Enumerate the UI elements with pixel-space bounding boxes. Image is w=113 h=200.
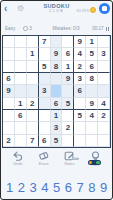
undo-label: Undo [13, 162, 22, 166]
cell-r8c2[interactable] [15, 122, 27, 134]
cell-r1c9[interactable] [98, 36, 110, 48]
notes-button[interactable]: OFFNotes [58, 151, 80, 166]
trophy-icon [102, 6, 107, 11]
cell-r9c9[interactable] [98, 135, 110, 147]
undo-icon [12, 151, 23, 161]
cell-r3c5[interactable]: 8 [51, 61, 63, 73]
notes-off-badge: OFF [72, 157, 80, 160]
status-bar: Easy 3 Mistakes: 0/3 00:17 [5, 24, 109, 33]
cell-r5c7[interactable]: 6 [74, 85, 86, 97]
cell-r7c5[interactable]: 1 [51, 110, 63, 122]
cell-r2c5[interactable]: 9 [51, 48, 63, 60]
cell-r1c2[interactable] [15, 36, 27, 48]
notes-label: Notes [64, 162, 74, 166]
cell-r9c7[interactable] [74, 135, 86, 147]
cell-r4c9[interactable] [98, 73, 110, 85]
cell-r7c2[interactable]: 6 [15, 110, 27, 122]
cell-r9c2[interactable] [15, 135, 27, 147]
cell-r7c6[interactable] [62, 110, 74, 122]
cell-r1c7[interactable]: 9 [74, 36, 86, 48]
cell-r9c5[interactable]: 5 [51, 135, 63, 147]
cell-r5c9[interactable] [98, 85, 110, 97]
timer: 00:17 [92, 26, 109, 31]
cell-r8c3[interactable] [27, 122, 39, 134]
cell-r8c7[interactable] [74, 122, 86, 134]
cell-r8c4[interactable] [39, 122, 51, 134]
numpad-8[interactable]: 8 [86, 179, 97, 197]
cell-r2c7[interactable]: 4 [74, 48, 86, 60]
cell-r5c2[interactable] [15, 85, 27, 97]
numpad-4[interactable]: 4 [39, 179, 50, 197]
cell-r1c6[interactable] [62, 36, 74, 48]
number-pad: 123456789 [1, 179, 112, 197]
cell-r7c1[interactable] [3, 110, 15, 122]
sudoku-board: 79119645358126693893612659461542322765 [2, 35, 111, 148]
cell-r3c4[interactable]: 5 [39, 61, 51, 73]
cell-r4c2[interactable] [15, 73, 27, 85]
sudoku-app-screen: ‹ ⚙ SUDOKU CLUB 10.976 Easy 3 Mistakes: … [0, 0, 113, 200]
cell-r4c8[interactable]: 8 [86, 73, 98, 85]
score-indicator: 3 [23, 26, 32, 31]
cell-r6c1[interactable] [3, 98, 15, 110]
header: ‹ ⚙ SUDOKU CLUB 10.976 [1, 1, 112, 19]
cell-r5c3[interactable] [27, 85, 39, 97]
coin-balance: 10.976 [76, 7, 96, 13]
cell-r4c4[interactable] [39, 73, 51, 85]
cell-r3c9[interactable] [98, 61, 110, 73]
cell-r7c7[interactable]: 5 [74, 110, 86, 122]
cell-r6c8[interactable]: 9 [86, 98, 98, 110]
cell-r3c7[interactable]: 2 [74, 61, 86, 73]
cell-r9c3[interactable]: 7 [27, 135, 39, 147]
cell-r8c1[interactable] [3, 122, 15, 134]
pause-button[interactable] [106, 27, 109, 31]
cell-r5c4[interactable]: 3 [39, 85, 51, 97]
timer-value: 00:17 [92, 26, 104, 31]
cell-r4c6[interactable]: 9 [62, 73, 74, 85]
cell-r6c2[interactable]: 1 [15, 98, 27, 110]
numpad-6[interactable]: 6 [63, 179, 74, 197]
cell-r2c9[interactable]: 3 [98, 48, 110, 60]
score-value: 3 [29, 26, 32, 31]
cell-r5c8[interactable] [86, 85, 98, 97]
cell-r1c4[interactable]: 7 [39, 36, 51, 48]
cell-r2c6[interactable]: 6 [62, 48, 74, 60]
toolbar: UndoEraseOFFNotesHint [1, 151, 112, 178]
cell-r3c6[interactable]: 1 [62, 61, 74, 73]
coin-balance-value: 10.976 [76, 8, 89, 13]
cell-r1c5[interactable] [51, 36, 63, 48]
cell-r9c8[interactable] [86, 135, 98, 147]
cell-r4c3[interactable] [27, 73, 39, 85]
cell-r6c3[interactable]: 2 [27, 98, 39, 110]
cell-r1c8[interactable]: 1 [86, 36, 98, 48]
numpad-1[interactable]: 1 [4, 179, 15, 197]
cell-r4c7[interactable]: 3 [74, 73, 86, 85]
cell-r2c4[interactable] [39, 48, 51, 60]
numpad-9[interactable]: 9 [98, 179, 109, 197]
cell-r2c1[interactable] [3, 48, 15, 60]
numpad-7[interactable]: 7 [75, 179, 86, 197]
cell-r8c6[interactable]: 2 [62, 122, 74, 134]
cell-r3c2[interactable] [15, 61, 27, 73]
mistakes-counter: Mistakes: 0/3 [40, 26, 92, 31]
erase-label: Erase [39, 162, 49, 166]
cell-r2c8[interactable]: 5 [86, 48, 98, 60]
profile-badge[interactable] [99, 3, 110, 14]
cell-r1c3[interactable] [27, 36, 39, 48]
numpad-3[interactable]: 3 [28, 179, 39, 197]
hint-count-badge [88, 160, 101, 165]
eraser-icon [38, 151, 49, 161]
cell-r4c5[interactable] [51, 73, 63, 85]
cell-r5c5[interactable] [51, 85, 63, 97]
cell-r6c5[interactable]: 6 [51, 98, 63, 110]
cell-r1c1[interactable] [3, 36, 15, 48]
cell-r6c6[interactable]: 5 [62, 98, 74, 110]
cell-r8c9[interactable] [98, 122, 110, 134]
cell-r2c2[interactable] [15, 48, 27, 60]
erase-button[interactable]: Erase [33, 151, 55, 166]
cell-r2c3[interactable]: 1 [27, 48, 39, 60]
cell-r9c4[interactable]: 6 [39, 135, 51, 147]
cell-r6c4[interactable] [39, 98, 51, 110]
undo-button[interactable]: Undo [7, 151, 29, 166]
cell-r9c6[interactable] [62, 135, 74, 147]
cell-r9c1[interactable]: 2 [3, 135, 15, 147]
hint-button[interactable]: Hint [84, 151, 106, 167]
cell-r7c4[interactable] [39, 110, 51, 122]
cell-r7c9[interactable]: 2 [98, 110, 110, 122]
cell-r3c1[interactable] [3, 61, 15, 73]
score-icon [23, 26, 28, 31]
numpad-5[interactable]: 5 [51, 179, 62, 197]
coin-icon [90, 7, 96, 13]
cell-r5c1[interactable]: 9 [3, 85, 15, 97]
cell-r3c3[interactable] [27, 61, 39, 73]
cell-r7c3[interactable] [27, 110, 39, 122]
cell-r7c8[interactable]: 4 [86, 110, 98, 122]
cell-r6c7[interactable] [74, 98, 86, 110]
cell-r8c8[interactable] [86, 122, 98, 134]
cell-r4c1[interactable]: 6 [3, 73, 15, 85]
cell-r8c5[interactable]: 3 [51, 122, 63, 134]
cell-r3c8[interactable]: 6 [86, 61, 98, 73]
cell-r6c9[interactable]: 4 [98, 98, 110, 110]
numpad-2[interactable]: 2 [16, 179, 27, 197]
difficulty-label[interactable]: Easy [5, 26, 15, 31]
cell-r5c6[interactable] [62, 85, 74, 97]
